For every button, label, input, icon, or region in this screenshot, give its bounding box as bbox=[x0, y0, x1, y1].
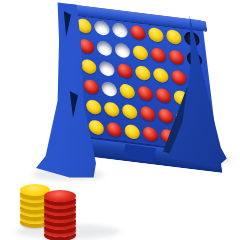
yellow-disc bbox=[123, 124, 140, 140]
red-disc bbox=[116, 63, 133, 79]
yellow-disc bbox=[132, 45, 149, 61]
red-disc bbox=[136, 85, 153, 101]
photo-stage bbox=[0, 0, 240, 240]
red-disc bbox=[141, 126, 158, 142]
red-disc-stack bbox=[44, 190, 80, 240]
empty-hole bbox=[114, 43, 131, 59]
red-disc bbox=[139, 106, 156, 122]
yellow-disc bbox=[87, 119, 104, 135]
red-disc bbox=[170, 70, 187, 86]
yellow-disc bbox=[118, 83, 135, 99]
red-disc bbox=[168, 49, 185, 65]
red-disc bbox=[105, 122, 122, 138]
yellow-disc bbox=[165, 29, 182, 45]
yellow-disc bbox=[103, 101, 120, 117]
empty-hole bbox=[100, 81, 117, 97]
red-reserve-disc bbox=[44, 190, 76, 202]
yellow-disc bbox=[147, 27, 164, 43]
red-disc bbox=[150, 47, 167, 63]
yellow-disc bbox=[134, 65, 151, 81]
empty-hole bbox=[93, 20, 110, 36]
red-disc bbox=[157, 108, 174, 124]
red-disc bbox=[82, 79, 99, 95]
empty-hole bbox=[98, 61, 115, 77]
empty-hole bbox=[111, 22, 128, 38]
red-disc bbox=[154, 88, 171, 104]
red-disc bbox=[129, 25, 146, 41]
yellow-disc bbox=[121, 103, 138, 119]
yellow-disc bbox=[85, 99, 102, 115]
yellow-disc bbox=[152, 67, 169, 83]
empty-hole bbox=[96, 40, 113, 56]
